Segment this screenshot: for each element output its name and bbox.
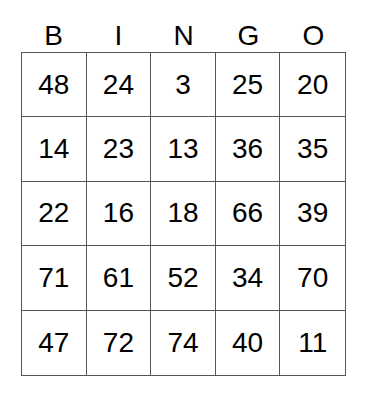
cell-r1c5[interactable]: 20 <box>280 53 345 117</box>
cell-r1c1[interactable]: 48 <box>22 53 87 117</box>
cell-r3c5[interactable]: 39 <box>280 182 345 246</box>
cell-r3c3[interactable]: 18 <box>151 182 216 246</box>
cell-r2c3[interactable]: 13 <box>151 117 216 181</box>
cell-r5c4[interactable]: 40 <box>216 311 281 375</box>
cell-r5c1[interactable]: 47 <box>22 311 87 375</box>
cell-r1c2[interactable]: 24 <box>87 53 152 117</box>
cell-r4c2[interactable]: 61 <box>87 246 152 310</box>
column-header-b: B <box>21 0 86 52</box>
cell-r3c2[interactable]: 16 <box>87 182 152 246</box>
cell-r4c5[interactable]: 70 <box>280 246 345 310</box>
cell-r3c1[interactable]: 22 <box>22 182 87 246</box>
column-header-o: O <box>281 0 346 52</box>
cell-r5c2[interactable]: 72 <box>87 311 152 375</box>
column-headers: B I N G O <box>21 0 346 52</box>
cell-r3c4[interactable]: 66 <box>216 182 281 246</box>
cell-r1c4[interactable]: 25 <box>216 53 281 117</box>
cell-r2c4[interactable]: 36 <box>216 117 281 181</box>
cell-r2c5[interactable]: 35 <box>280 117 345 181</box>
cell-r4c4[interactable]: 34 <box>216 246 281 310</box>
cell-r2c1[interactable]: 14 <box>22 117 87 181</box>
cell-r5c5[interactable]: 11 <box>280 311 345 375</box>
cell-r5c3[interactable]: 74 <box>151 311 216 375</box>
bingo-card: B I N G O 48 24 3 25 20 14 23 13 36 35 2… <box>0 0 368 400</box>
cell-r2c2[interactable]: 23 <box>87 117 152 181</box>
column-header-n: N <box>151 0 216 52</box>
bingo-grid: 48 24 3 25 20 14 23 13 36 35 22 16 18 66… <box>21 52 346 376</box>
column-header-i: I <box>86 0 151 52</box>
cell-r4c1[interactable]: 71 <box>22 246 87 310</box>
column-header-g: G <box>216 0 281 52</box>
cell-r4c3[interactable]: 52 <box>151 246 216 310</box>
cell-r1c3[interactable]: 3 <box>151 53 216 117</box>
